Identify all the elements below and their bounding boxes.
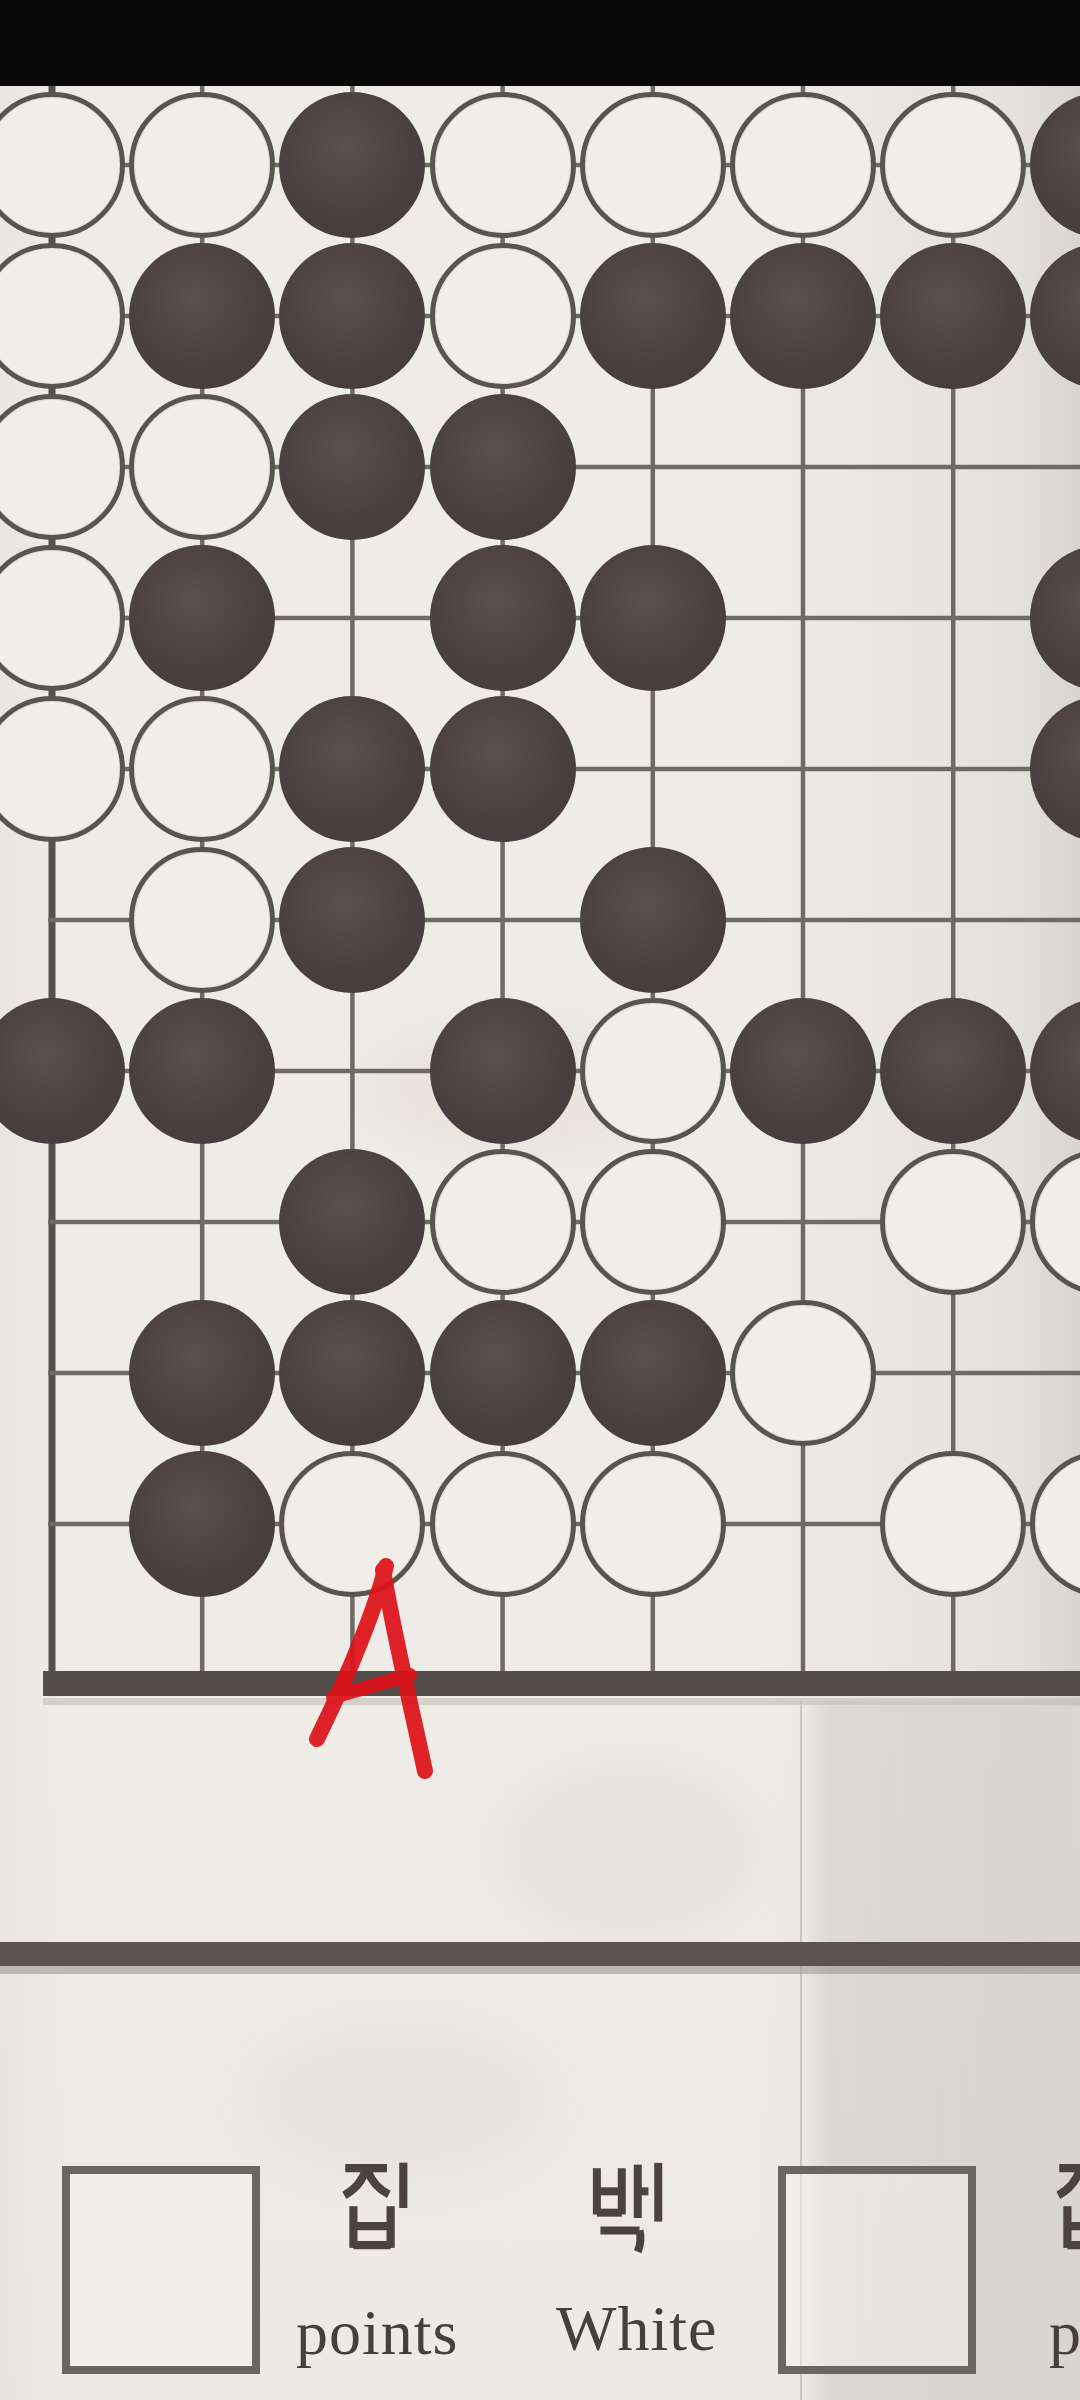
hangul-baek-text: 백 bbox=[0, 2100, 1, 2101]
legend-label-points-clipped: points bbox=[1049, 2296, 1080, 2370]
hangul-jip-clipped-text: 집 bbox=[0, 2100, 1, 2101]
legend-label-white: White bbox=[556, 2292, 717, 2366]
hangul-jip-points-icon bbox=[338, 2160, 416, 2256]
book-page-scan: k 집 points 백 White bbox=[0, 0, 1080, 2400]
empty-square-box-icon bbox=[62, 2166, 260, 2374]
hangul-jip-text: 집 bbox=[0, 2100, 1, 2101]
clipped-word-black-fragment: k bbox=[0, 2390, 26, 2400]
legend-label-points: points bbox=[296, 2296, 458, 2370]
empty-square-box-icon bbox=[778, 2166, 976, 2374]
hangul-baek-white-icon bbox=[588, 2160, 668, 2260]
section-separator-bar bbox=[0, 1942, 1080, 1966]
top-black-bar bbox=[0, 0, 1080, 86]
section-separator-shadow bbox=[0, 1966, 1080, 1974]
annotation-a bbox=[0, 0, 1080, 1900]
go-board bbox=[0, 0, 1080, 1720]
caption-legend: k 집 points 백 White bbox=[0, 2100, 1080, 2400]
hangul-jip-clipped-icon bbox=[1052, 2160, 1080, 2256]
